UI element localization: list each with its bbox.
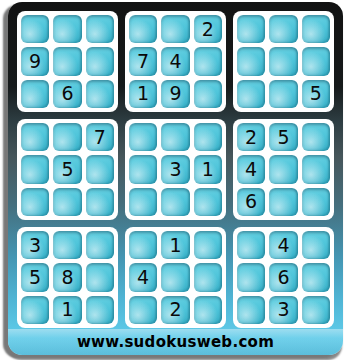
cell-r4c2[interactable]: [53, 123, 81, 151]
cell-r3c6[interactable]: [194, 80, 222, 108]
cell-r1c7[interactable]: [237, 15, 265, 43]
cell-r6c8[interactable]: [269, 188, 297, 216]
block-1-1: 96: [17, 11, 118, 112]
cell-r5c9[interactable]: [302, 155, 330, 183]
cell-r3c3[interactable]: [86, 80, 114, 108]
cell-r2c5[interactable]: 4: [161, 47, 189, 75]
cell-r4c1[interactable]: [21, 123, 49, 151]
cell-r5c8[interactable]: [269, 155, 297, 183]
cell-r7c8[interactable]: 4: [269, 231, 297, 259]
cell-r8c7[interactable]: [237, 263, 265, 291]
cell-r2c9[interactable]: [302, 47, 330, 75]
cell-r9c9[interactable]: [302, 296, 330, 324]
cell-r6c6[interactable]: [194, 188, 222, 216]
cell-r4c5[interactable]: [161, 123, 189, 151]
cell-r5c6[interactable]: 1: [194, 155, 222, 183]
sudokusweb-url[interactable]: www.sudokusweb.com: [8, 329, 343, 355]
block-2-1: 75: [17, 119, 118, 220]
cell-r1c3[interactable]: [86, 15, 114, 43]
cell-r7c6[interactable]: [194, 231, 222, 259]
cell-r9c5[interactable]: 2: [161, 296, 189, 324]
cell-r8c8[interactable]: 6: [269, 263, 297, 291]
cell-r1c6[interactable]: 2: [194, 15, 222, 43]
cell-r5c2[interactable]: 5: [53, 155, 81, 183]
block-3-3: 463: [233, 227, 334, 328]
block-1-3: 5: [233, 11, 334, 112]
cell-r9c4[interactable]: [129, 296, 157, 324]
cell-r6c5[interactable]: [161, 188, 189, 216]
cell-r4c6[interactable]: [194, 123, 222, 151]
cell-r7c1[interactable]: 3: [21, 231, 49, 259]
cell-r5c4[interactable]: [129, 155, 157, 183]
cell-r6c4[interactable]: [129, 188, 157, 216]
cell-r8c2[interactable]: 8: [53, 263, 81, 291]
cell-r4c7[interactable]: 2: [237, 123, 265, 151]
cell-r2c1[interactable]: 9: [21, 47, 49, 75]
cell-r6c3[interactable]: [86, 188, 114, 216]
cell-r3c9[interactable]: 5: [302, 80, 330, 108]
cell-r4c8[interactable]: 5: [269, 123, 297, 151]
cell-r3c4[interactable]: 1: [129, 80, 157, 108]
cell-r6c7[interactable]: 6: [237, 188, 265, 216]
cell-r5c7[interactable]: 4: [237, 155, 265, 183]
sudoku-board-frame: 96274195753125463581142463 www.sudokuswe…: [8, 2, 343, 355]
cell-r6c2[interactable]: [53, 188, 81, 216]
cell-r3c8[interactable]: [269, 80, 297, 108]
block-3-2: 142: [125, 227, 226, 328]
cell-r4c9[interactable]: [302, 123, 330, 151]
cell-r2c4[interactable]: 7: [129, 47, 157, 75]
cell-r8c6[interactable]: [194, 263, 222, 291]
cell-r2c6[interactable]: [194, 47, 222, 75]
sudoku-grid: 96274195753125463581142463: [17, 11, 334, 328]
cell-r7c3[interactable]: [86, 231, 114, 259]
cell-r6c9[interactable]: [302, 188, 330, 216]
cell-r1c1[interactable]: [21, 15, 49, 43]
cell-r4c3[interactable]: 7: [86, 123, 114, 151]
cell-r3c7[interactable]: [237, 80, 265, 108]
cell-r1c4[interactable]: [129, 15, 157, 43]
cell-r6c1[interactable]: [21, 188, 49, 216]
cell-r8c5[interactable]: [161, 263, 189, 291]
cell-r9c2[interactable]: 1: [53, 296, 81, 324]
cell-r5c1[interactable]: [21, 155, 49, 183]
cell-r7c2[interactable]: [53, 231, 81, 259]
cell-r3c5[interactable]: 9: [161, 80, 189, 108]
cell-r1c5[interactable]: [161, 15, 189, 43]
cell-r8c9[interactable]: [302, 263, 330, 291]
cell-r3c2[interactable]: 6: [53, 80, 81, 108]
cell-r8c4[interactable]: 4: [129, 263, 157, 291]
cell-r9c6[interactable]: [194, 296, 222, 324]
cell-r8c3[interactable]: [86, 263, 114, 291]
cell-r4c4[interactable]: [129, 123, 157, 151]
cell-r5c5[interactable]: 3: [161, 155, 189, 183]
block-3-1: 3581: [17, 227, 118, 328]
cell-r8c1[interactable]: 5: [21, 263, 49, 291]
cell-r9c3[interactable]: [86, 296, 114, 324]
cell-r7c5[interactable]: 1: [161, 231, 189, 259]
cell-r1c9[interactable]: [302, 15, 330, 43]
cell-r5c3[interactable]: [86, 155, 114, 183]
cell-r7c7[interactable]: [237, 231, 265, 259]
block-2-3: 2546: [233, 119, 334, 220]
cell-r1c2[interactable]: [53, 15, 81, 43]
block-1-2: 27419: [125, 11, 226, 112]
cell-r1c8[interactable]: [269, 15, 297, 43]
cell-r7c9[interactable]: [302, 231, 330, 259]
cell-r7c4[interactable]: [129, 231, 157, 259]
block-2-2: 31: [125, 119, 226, 220]
cell-r2c2[interactable]: [53, 47, 81, 75]
cell-r3c1[interactable]: [21, 80, 49, 108]
cell-r2c8[interactable]: [269, 47, 297, 75]
cell-r9c8[interactable]: 3: [269, 296, 297, 324]
cell-r2c7[interactable]: [237, 47, 265, 75]
cell-r9c7[interactable]: [237, 296, 265, 324]
cell-r2c3[interactable]: [86, 47, 114, 75]
cell-r9c1[interactable]: [21, 296, 49, 324]
